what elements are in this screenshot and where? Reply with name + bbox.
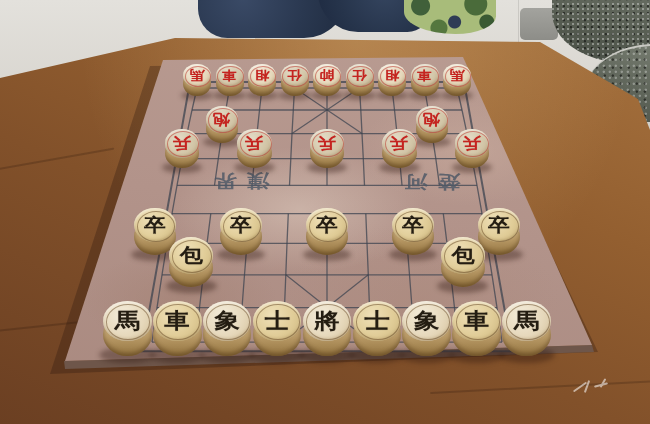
- piece-glyph: 士: [264, 310, 289, 332]
- piece-glyph: 車: [222, 70, 237, 82]
- piece-black-horse[interactable]: 馬: [502, 301, 551, 362]
- piece-glyph: 卒: [144, 216, 166, 234]
- piece-face: 馬: [443, 64, 471, 87]
- piece-red-chariot[interactable]: 車: [216, 64, 244, 99]
- photo-scene: 漢界 楚河 馬車相仕帥仕相車馬炮炮兵兵兵兵兵卒卒卒卒卒包包馬車象士將士象車馬: [0, 0, 650, 424]
- piece-face: 相: [248, 64, 276, 87]
- piece-face: 馬: [502, 301, 551, 341]
- piece-glyph: 帥: [320, 70, 335, 82]
- piece-glyph: 兵: [390, 136, 408, 151]
- piece-glyph: 車: [464, 310, 489, 332]
- piece-black-horse[interactable]: 馬: [103, 301, 152, 362]
- piece-glyph: 兵: [245, 136, 263, 151]
- piece-face: 兵: [310, 129, 345, 158]
- piece-glyph: 相: [255, 70, 270, 82]
- piece-glyph: 相: [385, 70, 400, 82]
- piece-black-advisor[interactable]: 士: [353, 301, 402, 362]
- piece-glyph: 馬: [115, 310, 140, 332]
- piece-black-cannon[interactable]: 包: [169, 237, 213, 292]
- piece-black-soldier[interactable]: 卒: [220, 208, 262, 260]
- piece-face: 兵: [165, 129, 200, 158]
- piece-face: 車: [216, 64, 244, 87]
- piece-face: 卒: [306, 208, 348, 243]
- piece-face: 相: [378, 64, 406, 87]
- piece-black-soldier[interactable]: 卒: [392, 208, 434, 260]
- piece-face: 車: [411, 64, 439, 87]
- piece-glyph: 象: [214, 310, 239, 332]
- piece-black-soldier[interactable]: 卒: [306, 208, 348, 260]
- piece-face: 馬: [183, 64, 211, 87]
- piece-red-chariot[interactable]: 車: [411, 64, 439, 99]
- piece-face: 帥: [313, 64, 341, 87]
- piece-face: 將: [303, 301, 352, 341]
- piece-face: 士: [253, 301, 302, 341]
- piece-face: 包: [169, 237, 213, 273]
- piece-face: 兵: [455, 129, 490, 158]
- piece-face: 兵: [382, 129, 417, 158]
- piece-face: 仕: [281, 64, 309, 87]
- piece-glyph: 馬: [514, 310, 539, 332]
- piece-face: 車: [153, 301, 202, 341]
- piece-face: 包: [441, 237, 485, 273]
- piece-red-horse[interactable]: 馬: [183, 64, 211, 99]
- river-label-right: 楚河: [395, 170, 460, 194]
- piece-face: 士: [353, 301, 402, 341]
- piece-face: 炮: [416, 106, 449, 133]
- piece-red-soldier[interactable]: 兵: [382, 129, 417, 173]
- piece-black-chariot[interactable]: 車: [452, 301, 501, 362]
- piece-glyph: 仕: [352, 70, 367, 82]
- watermark: [566, 376, 618, 398]
- piece-red-soldier[interactable]: 兵: [455, 129, 490, 173]
- piece-glyph: 車: [417, 70, 432, 82]
- piece-red-general[interactable]: 帥: [313, 64, 341, 99]
- piece-face: 卒: [220, 208, 262, 243]
- piece-face: 象: [203, 301, 252, 341]
- piece-face: 兵: [237, 129, 272, 158]
- piece-red-elephant[interactable]: 相: [248, 64, 276, 99]
- piece-glyph: 卒: [402, 216, 424, 234]
- piece-glyph: 卒: [230, 216, 252, 234]
- piece-glyph: 卒: [316, 216, 338, 234]
- piece-black-chariot[interactable]: 車: [153, 301, 202, 362]
- piece-glyph: 包: [180, 246, 203, 265]
- piece-black-advisor[interactable]: 士: [253, 301, 302, 362]
- piece-glyph: 兵: [173, 136, 191, 151]
- piece-glyph: 馬: [450, 70, 465, 82]
- piece-face: 炮: [206, 106, 239, 133]
- piece-glyph: 兵: [463, 136, 481, 151]
- piece-red-horse[interactable]: 馬: [443, 64, 471, 99]
- piece-glyph: 仕: [287, 70, 302, 82]
- piece-black-elephant[interactable]: 象: [402, 301, 451, 362]
- piece-glyph: 兵: [318, 136, 336, 151]
- piece-red-advisor[interactable]: 仕: [281, 64, 309, 99]
- piece-face: 仕: [346, 64, 374, 87]
- piece-glyph: 卒: [488, 216, 510, 234]
- piece-face: 象: [402, 301, 451, 341]
- piece-red-advisor[interactable]: 仕: [346, 64, 374, 99]
- piece-black-elephant[interactable]: 象: [203, 301, 252, 362]
- piece-glyph: 將: [314, 310, 339, 332]
- piece-red-elephant[interactable]: 相: [378, 64, 406, 99]
- piece-black-cannon[interactable]: 包: [441, 237, 485, 292]
- piece-face: 車: [452, 301, 501, 341]
- piece-face: 馬: [103, 301, 152, 341]
- piece-red-cannon[interactable]: 炮: [416, 106, 449, 147]
- piece-glyph: 車: [165, 310, 190, 332]
- piece-glyph: 象: [414, 310, 439, 332]
- piece-glyph: 馬: [190, 70, 205, 82]
- piece-red-soldier[interactable]: 兵: [237, 129, 272, 173]
- piece-glyph: 包: [451, 246, 474, 265]
- piece-glyph: 炮: [213, 112, 230, 126]
- piece-glyph: 炮: [423, 112, 440, 126]
- piece-red-soldier[interactable]: 兵: [310, 129, 345, 173]
- piece-black-general[interactable]: 將: [303, 301, 352, 362]
- piece-red-soldier[interactable]: 兵: [165, 129, 200, 173]
- piece-face: 卒: [392, 208, 434, 243]
- piece-red-cannon[interactable]: 炮: [206, 106, 239, 147]
- piece-glyph: 士: [364, 310, 389, 332]
